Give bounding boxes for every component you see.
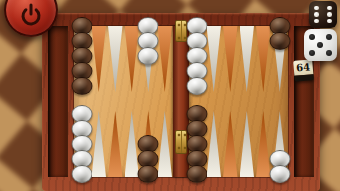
point-12[interactable] [74,111,91,177]
left-checker-tray[interactable] [48,26,68,177]
die-pip [327,6,332,11]
quadrant-bottom-right [189,111,288,177]
doubling-cube[interactable]: 64 [293,59,314,82]
point-1[interactable] [272,111,289,177]
point-10[interactable] [107,111,124,177]
die-pip [327,19,332,24]
backgammon-board: 64 [42,13,320,191]
point-triangle [158,26,173,92]
power-icon [18,2,44,28]
quadrant-bottom-left [74,111,173,177]
point-triangle [223,26,238,92]
bar-hinge-bottom [175,130,187,154]
point-triangle [240,26,255,92]
checker-stack [269,17,290,50]
point-17[interactable] [140,26,157,92]
point-6[interactable] [189,111,206,177]
point-8[interactable] [140,111,157,177]
point-triangle [207,111,222,177]
point-22[interactable] [239,26,256,92]
point-18[interactable] [157,26,174,92]
quadrant-top-left [74,26,173,92]
point-21[interactable] [222,26,239,92]
doubling-cube-value: 64 [296,62,311,73]
point-3[interactable] [239,111,256,177]
point-14[interactable] [91,26,108,92]
die-pip [309,50,315,56]
die-pip [326,34,332,40]
point-11[interactable] [91,111,108,177]
point-4[interactable] [222,111,239,177]
bar-hinge-top [175,20,187,42]
point-24[interactable] [272,26,289,92]
checker-stack [269,150,290,183]
die-pip [326,50,332,56]
brown-checker[interactable] [269,32,290,50]
die-pip [309,34,315,40]
die-pip [314,12,319,17]
die-pip [314,19,319,24]
black-die[interactable] [309,1,337,28]
point-5[interactable] [206,111,223,177]
light-checker[interactable] [269,165,290,183]
quadrant-top-right [189,26,288,92]
point-triangle [92,111,107,177]
doubling-cube-face: 64 [293,59,313,76]
point-13[interactable] [74,26,91,92]
point-triangle [158,111,173,177]
point-15[interactable] [107,26,124,92]
point-7[interactable] [157,111,174,177]
die-pip [327,12,332,17]
white-die[interactable] [304,29,337,61]
app-root: 64 [0,0,340,191]
point-triangle [108,26,123,92]
point-20[interactable] [206,26,223,92]
point-triangle [240,111,255,177]
point-triangle [92,26,107,92]
die-pip [314,6,319,11]
point-triangle [207,26,222,92]
point-triangle [223,111,238,177]
point-triangle [108,111,123,177]
point-19[interactable] [189,26,206,92]
die-pip [317,42,323,48]
